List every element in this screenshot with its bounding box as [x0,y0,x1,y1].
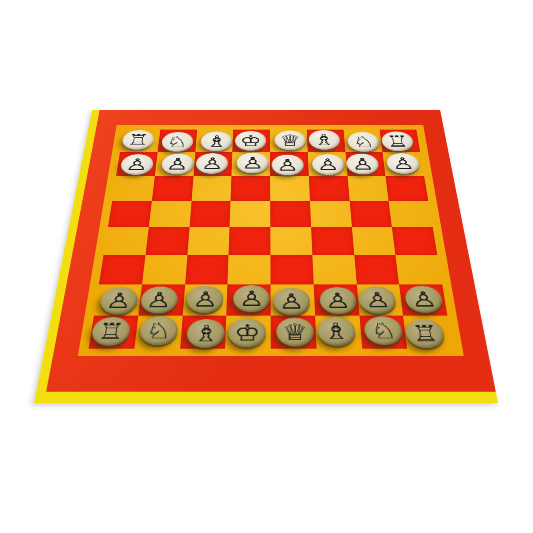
square-r1c7[interactable]: ♘ [343,130,382,153]
piece-white-pawn[interactable]: ♙ [386,153,421,174]
board-red-frame: ♖♘♗♔♕♗♘♖♙♙♙♙♙♙♙♙♙♙♙♙♙♙♙♙♖♘♗♔♕♗♘♖ [46,110,496,392]
square-r2c8[interactable]: ♙ [383,152,424,176]
square-r7c2[interactable]: ♙ [138,284,185,315]
square-r5c3[interactable] [187,227,230,255]
square-r1c4[interactable]: ♔ [233,130,271,153]
piece-white-knight[interactable]: ♘ [347,132,380,152]
white-pawn-glyph: ♙ [276,155,299,176]
square-r4c4[interactable] [230,201,271,227]
square-r6c2[interactable] [142,255,187,284]
square-r3c1[interactable] [112,176,154,201]
piece-white-pawn[interactable]: ♙ [311,154,344,175]
square-r5c6[interactable] [311,227,354,255]
black-pawn-glyph: ♙ [324,287,351,314]
white-rook-glyph: ♖ [126,130,150,150]
square-r4c2[interactable] [149,201,192,227]
square-r1c1[interactable]: ♖ [120,130,160,153]
piece-black-king[interactable]: ♔ [228,318,266,347]
square-r3c4[interactable] [231,176,271,201]
square-r8c6[interactable]: ♗ [315,316,362,349]
square-r5c1[interactable] [104,227,149,255]
square-r8c1[interactable]: ♖ [89,316,138,349]
black-pawn-glyph: ♙ [279,288,305,315]
white-pawn-glyph: ♙ [351,154,375,175]
square-r1c2[interactable]: ♘ [157,130,196,153]
piece-black-rook[interactable]: ♖ [404,319,446,348]
square-r1c6[interactable]: ♗ [307,130,346,153]
piece-black-knight[interactable]: ♘ [138,316,178,345]
piece-black-pawn[interactable]: ♙ [319,287,357,314]
black-rook-glyph: ♖ [96,317,126,346]
piece-black-queen[interactable]: ♕ [276,318,314,347]
piece-white-bishop[interactable]: ♗ [200,132,232,152]
white-bishop-glyph: ♗ [313,130,336,150]
piece-white-king[interactable]: ♔ [235,131,266,151]
piece-black-pawn[interactable]: ♙ [273,288,310,315]
piece-white-bishop[interactable]: ♗ [308,130,340,150]
white-knight-glyph: ♘ [352,132,376,152]
square-r6c4[interactable] [228,255,271,284]
square-r4c7[interactable] [349,201,392,227]
square-r5c4[interactable] [229,227,271,255]
square-r6c5[interactable] [270,255,313,284]
square-r6c6[interactable] [312,255,356,284]
white-queen-glyph: ♕ [279,131,301,151]
black-pawn-glyph: ♙ [364,286,392,313]
square-r4c8[interactable] [389,201,433,227]
piece-white-pawn[interactable]: ♙ [346,154,380,175]
square-r6c1[interactable] [99,255,145,284]
piece-white-pawn[interactable]: ♙ [160,154,194,175]
square-r2c7[interactable]: ♙ [345,152,386,176]
black-knight-glyph: ♘ [369,316,398,345]
black-pawn-glyph: ♙ [145,286,173,313]
square-r5c8[interactable] [392,227,437,255]
square-r2c3[interactable]: ♙ [193,152,232,176]
square-r3c2[interactable] [152,176,193,201]
white-bishop-glyph: ♗ [205,132,228,152]
square-r1c5[interactable]: ♕ [270,130,308,153]
board-grid: ♖♘♗♔♕♗♘♖♙♙♙♙♙♙♙♙♙♙♙♙♙♙♙♙♖♘♗♔♕♗♘♖ [89,130,453,349]
black-pawn-glyph: ♙ [104,287,133,314]
square-r4c1[interactable] [108,201,152,227]
square-r3c5[interactable] [270,176,310,201]
white-king-glyph: ♔ [240,131,262,151]
square-r8c7[interactable]: ♘ [359,316,407,349]
black-bishop-glyph: ♗ [192,319,220,348]
square-r5c5[interactable] [270,227,312,255]
piece-white-pawn[interactable]: ♙ [272,155,304,176]
piece-white-pawn[interactable]: ♙ [119,154,154,175]
piece-black-pawn[interactable]: ♙ [358,286,397,313]
square-r4c5[interactable] [270,201,311,227]
square-r2c2[interactable]: ♙ [155,152,195,176]
square-r4c6[interactable] [310,201,352,227]
black-queen-glyph: ♕ [282,318,309,347]
square-r2c6[interactable]: ♙ [308,152,348,176]
white-pawn-glyph: ♙ [124,154,149,175]
square-r7c1[interactable]: ♙ [94,284,142,315]
square-r7c7[interactable]: ♙ [356,284,403,315]
square-r6c8[interactable] [396,255,443,284]
square-r1c3[interactable]: ♗ [195,130,233,153]
board-yellow-field: ♖♘♗♔♕♗♘♖♙♙♙♙♙♙♙♙♙♙♙♙♙♙♙♙♖♘♗♔♕♗♘♖ [78,125,464,356]
piece-white-knight[interactable]: ♘ [161,132,194,152]
square-r4c3[interactable] [189,201,231,227]
black-knight-glyph: ♘ [144,316,173,345]
piece-black-pawn[interactable]: ♙ [186,286,224,313]
square-r3c8[interactable] [386,176,429,201]
white-pawn-glyph: ♙ [201,153,224,174]
square-r7c4[interactable]: ♙ [226,284,270,315]
black-king-glyph: ♔ [234,318,261,347]
square-r7c8[interactable]: ♙ [399,284,447,315]
square-r7c5[interactable]: ♙ [271,284,315,315]
white-pawn-glyph: ♙ [316,154,339,175]
piece-black-pawn[interactable]: ♙ [404,286,444,313]
square-r8c4[interactable]: ♔ [225,316,271,349]
piece-black-bishop[interactable]: ♗ [186,319,225,348]
piece-black-pawn[interactable]: ♙ [233,285,270,312]
white-rook-glyph: ♖ [385,132,409,152]
square-r8c5[interactable]: ♕ [271,316,317,349]
piece-black-pawn[interactable]: ♙ [139,286,178,313]
piece-white-rook[interactable]: ♖ [121,130,155,150]
black-pawn-glyph: ♙ [409,286,438,313]
square-r2c4[interactable]: ♙ [232,152,270,176]
square-r3c6[interactable] [309,176,350,201]
white-pawn-glyph: ♙ [165,154,189,175]
square-r6c7[interactable] [354,255,399,284]
square-r7c3[interactable]: ♙ [182,284,227,315]
square-r8c2[interactable]: ♘ [134,316,182,349]
piece-black-bishop[interactable]: ♗ [317,317,356,346]
piece-black-pawn[interactable]: ♙ [99,287,139,314]
square-r3c3[interactable] [191,176,231,201]
square-r6c3[interactable] [185,255,229,284]
square-r7c6[interactable]: ♙ [313,284,359,315]
chess-board: ♖♘♗♔♕♗♘♖♙♙♙♙♙♙♙♙♙♙♙♙♙♙♙♙♖♘♗♔♕♗♘♖ [34,110,498,403]
square-r8c8[interactable]: ♖ [403,316,453,349]
white-pawn-glyph: ♙ [241,153,263,174]
black-rook-glyph: ♖ [410,319,440,348]
square-r2c1[interactable]: ♙ [116,152,157,176]
photo-scene: ♖♘♗♔♕♗♘♖♙♙♙♙♙♙♙♙♙♙♙♙♙♙♙♙♖♘♗♔♕♗♘♖ [0,0,533,533]
black-pawn-glyph: ♙ [239,285,265,312]
piece-white-rook[interactable]: ♖ [381,132,415,152]
square-r2c5[interactable]: ♙ [270,152,309,176]
piece-black-knight[interactable]: ♘ [364,316,405,345]
white-pawn-glyph: ♙ [391,153,416,174]
piece-white-pawn[interactable]: ♙ [236,153,268,174]
black-pawn-glyph: ♙ [192,286,219,313]
square-r8c3[interactable]: ♗ [180,316,227,349]
square-r3c7[interactable] [347,176,389,201]
piece-white-pawn[interactable]: ♙ [196,153,229,174]
piece-white-queen[interactable]: ♕ [274,131,306,151]
square-r5c7[interactable] [352,227,396,255]
piece-black-rook[interactable]: ♖ [90,317,132,346]
square-r1c8[interactable]: ♖ [380,130,420,153]
black-bishop-glyph: ♗ [322,317,350,346]
square-r5c2[interactable] [145,227,189,255]
white-knight-glyph: ♘ [165,132,189,152]
